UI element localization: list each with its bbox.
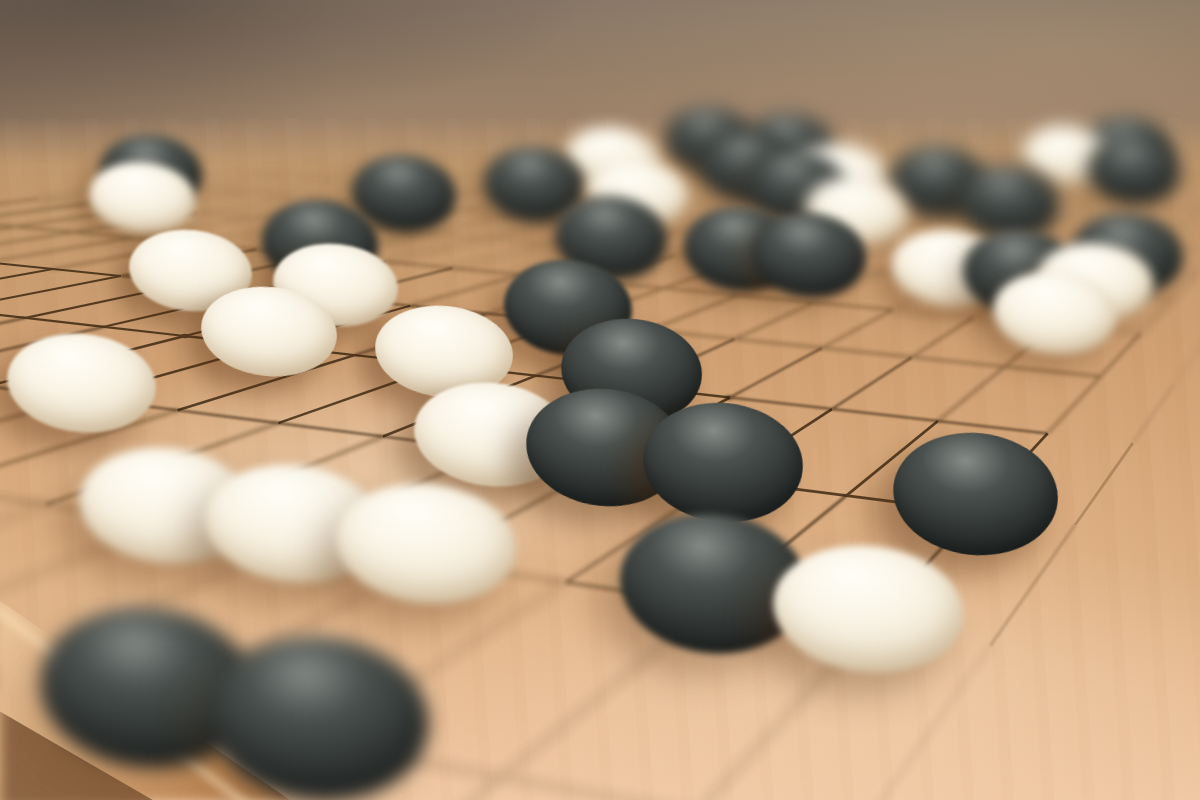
grid-line-column bbox=[426, 465, 605, 562]
grid-line-column bbox=[1128, 245, 1155, 267]
grid-line-row bbox=[856, 221, 913, 226]
grid-line-column bbox=[513, 199, 586, 215]
grid-line-row bbox=[1183, 133, 1200, 135]
grid-line-column bbox=[994, 235, 1032, 255]
grid-line-row bbox=[723, 480, 846, 496]
grid-line-row bbox=[900, 205, 953, 209]
black-stone bbox=[954, 160, 1062, 244]
grid-line-column bbox=[1025, 154, 1048, 162]
board-edge-line bbox=[1190, 130, 1200, 132]
grid-line-row bbox=[46, 505, 167, 523]
grid-line-row bbox=[682, 129, 717, 131]
black-stone bbox=[520, 381, 690, 514]
grid-line-row bbox=[1092, 240, 1154, 245]
grid-line-row bbox=[1113, 191, 1162, 195]
black-stone bbox=[1084, 131, 1183, 208]
grid-line-row bbox=[792, 168, 836, 171]
grid-line-row bbox=[782, 109, 811, 111]
grid-line-row bbox=[0, 386, 81, 398]
black-stone bbox=[680, 201, 801, 296]
grid-line-row bbox=[486, 239, 548, 245]
board-edge-line bbox=[1075, 443, 1133, 525]
black-stone bbox=[96, 130, 205, 216]
grid-line-column bbox=[0, 318, 26, 364]
grid-line-row bbox=[569, 165, 613, 168]
grid-line-column bbox=[751, 136, 787, 143]
grid-line-row bbox=[954, 210, 1008, 214]
grid-line-row bbox=[753, 113, 783, 115]
grid-line-column bbox=[521, 250, 610, 275]
grid-line-column bbox=[1172, 272, 1197, 299]
grid-line-row bbox=[831, 159, 872, 162]
grid-line-column bbox=[486, 219, 569, 238]
grid-line-row bbox=[785, 128, 819, 130]
grid-line-row bbox=[1008, 214, 1063, 218]
grid-line-column bbox=[664, 150, 710, 158]
grid-line-row bbox=[719, 124, 752, 126]
grid-line-row bbox=[1009, 151, 1048, 154]
grid-line-row bbox=[1151, 170, 1194, 173]
grid-line-row bbox=[631, 386, 730, 397]
grid-line-row bbox=[600, 182, 648, 186]
grid-line-row bbox=[872, 162, 914, 165]
grid-line-column bbox=[753, 109, 782, 113]
grid-line-column bbox=[53, 244, 194, 270]
grid-line-column bbox=[1048, 147, 1068, 154]
grid-line-column bbox=[790, 148, 827, 156]
grid-line-row bbox=[1171, 139, 1200, 141]
grid-line-row bbox=[854, 133, 889, 135]
grid-line-row bbox=[848, 201, 900, 205]
grid-line-column bbox=[1194, 141, 1200, 147]
grid-line-column bbox=[948, 255, 993, 280]
grid-line-column bbox=[1021, 261, 1060, 286]
grid-line-column bbox=[74, 213, 197, 232]
grid-line-column bbox=[648, 175, 702, 186]
grid-line-column bbox=[435, 175, 507, 187]
grid-line-row bbox=[914, 165, 957, 168]
grid-line-row bbox=[199, 188, 249, 192]
grid-line-column bbox=[0, 227, 16, 250]
grid-line-column bbox=[880, 165, 914, 175]
grid-line-column bbox=[1039, 187, 1066, 199]
grid-line-column bbox=[846, 421, 938, 496]
grid-line-column bbox=[632, 138, 676, 145]
black-stone bbox=[697, 127, 799, 207]
grid-line-row bbox=[907, 122, 939, 124]
grid-line-row bbox=[849, 125, 882, 127]
grid-line-row bbox=[814, 116, 845, 118]
board-edge-line bbox=[1004, 119, 1034, 121]
grid-line-column bbox=[167, 437, 383, 523]
grid-line-column bbox=[507, 165, 569, 175]
grid-line-column bbox=[752, 115, 783, 119]
grid-line-row bbox=[319, 743, 501, 777]
board-edge-line bbox=[1127, 126, 1158, 128]
grid-line-column bbox=[1036, 125, 1054, 130]
grid-line-column bbox=[650, 295, 738, 330]
grid-line-row bbox=[372, 165, 416, 168]
white-stone bbox=[791, 139, 893, 212]
grid-line-column bbox=[340, 777, 501, 800]
grid-line-row bbox=[880, 174, 925, 177]
grid-line-column bbox=[0, 276, 121, 310]
grid-line-column bbox=[721, 113, 753, 117]
grid-line-column bbox=[985, 151, 1010, 159]
grid-line-row bbox=[991, 122, 1022, 124]
grid-line-column bbox=[569, 125, 614, 131]
grid-line-row bbox=[1063, 218, 1119, 222]
grid-line-column bbox=[939, 120, 961, 125]
grid-line-row bbox=[752, 126, 786, 128]
grid-line-column bbox=[973, 286, 1021, 317]
white-stone bbox=[269, 238, 402, 333]
grid-line-column bbox=[339, 168, 416, 179]
grid-line-row bbox=[26, 318, 104, 327]
grid-line-column bbox=[1048, 377, 1101, 434]
grid-line-row bbox=[1003, 128, 1036, 130]
grid-line-row bbox=[1142, 207, 1195, 211]
grid-line-column bbox=[0, 711, 148, 800]
grid-line-row bbox=[721, 117, 752, 119]
grid-line-column bbox=[0, 398, 81, 471]
black-stone bbox=[887, 424, 1064, 563]
grid-line-row bbox=[1016, 136, 1051, 138]
grid-line-row bbox=[677, 138, 714, 141]
white-stone bbox=[562, 123, 662, 195]
grid-line-row bbox=[1119, 222, 1176, 227]
board-edge-line bbox=[1159, 128, 1191, 130]
grid-line-column bbox=[745, 197, 797, 212]
grid-line-column bbox=[566, 480, 723, 582]
grid-line-row bbox=[1085, 127, 1117, 129]
grid-line-column bbox=[614, 120, 654, 125]
white-stone bbox=[125, 224, 256, 317]
grid-line-column bbox=[944, 149, 971, 157]
grid-line-row bbox=[0, 681, 148, 711]
grid-line-row bbox=[256, 249, 320, 255]
grid-line-column bbox=[723, 107, 753, 111]
grid-line-column bbox=[329, 152, 401, 161]
grid-line-row bbox=[957, 168, 1000, 171]
grid-line-row bbox=[675, 255, 741, 261]
grid-line-column bbox=[831, 151, 865, 159]
grid-line-row bbox=[594, 142, 632, 145]
grid-line-column bbox=[458, 195, 535, 210]
grid-line-column bbox=[938, 367, 1005, 421]
grid-line-row bbox=[1031, 144, 1068, 146]
grid-line-column bbox=[404, 191, 484, 206]
grid-line-column bbox=[743, 216, 800, 234]
grid-line-column bbox=[569, 156, 623, 165]
grid-line-column bbox=[249, 179, 339, 192]
grid-line-column bbox=[252, 201, 351, 218]
grid-line-row bbox=[404, 206, 458, 211]
grid-line-row bbox=[823, 139, 859, 141]
grid-line-column bbox=[1142, 194, 1162, 207]
grid-line-column bbox=[197, 197, 300, 213]
grid-line-row bbox=[16, 227, 74, 233]
grid-line-column bbox=[783, 110, 811, 114]
grid-line-row bbox=[690, 115, 721, 117]
grid-line-column bbox=[461, 161, 526, 171]
black-stone bbox=[1080, 112, 1174, 186]
grid-line-column bbox=[1151, 162, 1167, 171]
grid-line-column bbox=[682, 124, 719, 129]
grid-line-row bbox=[278, 423, 383, 436]
grid-line-row bbox=[1122, 143, 1158, 145]
grid-line-column bbox=[535, 182, 601, 195]
grid-line-row bbox=[484, 158, 526, 161]
grid-line-row bbox=[811, 110, 840, 112]
grid-line-column bbox=[1134, 170, 1152, 180]
board-edge-line bbox=[858, 110, 887, 112]
grid-line-row bbox=[794, 181, 841, 185]
grid-line-row bbox=[752, 119, 784, 121]
grid-line-column bbox=[819, 125, 849, 130]
grid-line-row bbox=[749, 165, 792, 168]
grid-line-column bbox=[0, 203, 90, 221]
grid-line-column bbox=[912, 318, 973, 358]
grid-line-row bbox=[1181, 154, 1200, 157]
white-stone bbox=[1033, 237, 1157, 326]
grid-line-row bbox=[81, 398, 178, 410]
grid-line-row bbox=[1128, 267, 1197, 273]
grid-line-row bbox=[185, 336, 269, 345]
grid-line-column bbox=[904, 146, 933, 153]
board-edge-line bbox=[746, 103, 774, 105]
grid-line-column bbox=[0, 505, 46, 627]
grid-line-row bbox=[1158, 145, 1194, 147]
grid-line-column bbox=[626, 208, 691, 225]
grid-line-column bbox=[856, 205, 900, 221]
grid-line-row bbox=[194, 244, 256, 250]
grid-line-column bbox=[178, 355, 355, 410]
grid-line-column bbox=[416, 158, 483, 168]
grid-line-column bbox=[1167, 154, 1181, 162]
grid-line-row bbox=[972, 230, 1032, 235]
black-stone bbox=[258, 194, 382, 291]
grid-line-row bbox=[1154, 245, 1200, 250]
grid-line-row bbox=[784, 121, 816, 123]
grid-line-row bbox=[458, 210, 513, 215]
grid-line-row bbox=[1031, 235, 1092, 240]
grid-line-row bbox=[535, 195, 586, 199]
grid-line-row bbox=[104, 327, 185, 336]
stones-layer bbox=[0, 0, 1200, 800]
black-stone bbox=[481, 141, 589, 226]
grid-line-column bbox=[706, 153, 750, 162]
grid-line-column bbox=[1044, 165, 1067, 174]
grid-line-row bbox=[870, 114, 900, 116]
grid-line-row bbox=[293, 541, 426, 561]
grid-line-row bbox=[890, 188, 939, 192]
grid-line-column bbox=[410, 275, 521, 306]
grid-line-row bbox=[1103, 135, 1137, 137]
grid-line-row bbox=[893, 310, 973, 318]
board-edge-line bbox=[1065, 122, 1096, 124]
grid-line-row bbox=[948, 132, 982, 134]
grid-line-row bbox=[568, 322, 650, 331]
grid-line-column bbox=[604, 127, 647, 133]
grid-line-column bbox=[1016, 130, 1036, 136]
grid-line-column bbox=[746, 181, 794, 193]
grid-line-column bbox=[907, 118, 930, 123]
grid-line-row bbox=[355, 355, 444, 365]
grid-line-column bbox=[1005, 325, 1056, 366]
black-stone bbox=[662, 103, 758, 178]
grid-line-row bbox=[623, 156, 664, 159]
grid-line-column bbox=[383, 376, 536, 437]
grid-line-row bbox=[654, 120, 686, 122]
grid-line-row bbox=[816, 123, 849, 125]
grid-line-column bbox=[948, 126, 971, 131]
grid-line-row bbox=[513, 215, 569, 220]
grid-line-row bbox=[822, 348, 912, 357]
grid-line-column bbox=[785, 123, 816, 128]
grid-line-column bbox=[741, 239, 804, 261]
grid-line-column bbox=[557, 133, 605, 140]
grid-line-column bbox=[914, 156, 944, 164]
grid-line-column bbox=[854, 127, 882, 133]
grid-line-column bbox=[519, 131, 569, 137]
grid-line-column bbox=[1067, 156, 1087, 164]
grid-line-row bbox=[706, 162, 749, 165]
grid-line-row bbox=[923, 137, 959, 139]
grid-line-row bbox=[249, 192, 300, 196]
grid-line-row bbox=[488, 314, 568, 322]
grid-line-row bbox=[751, 143, 789, 146]
board-edge-line bbox=[1133, 384, 1174, 443]
grid-line-row bbox=[386, 262, 453, 268]
grid-line-column bbox=[351, 187, 435, 201]
grid-line-column bbox=[1140, 300, 1171, 334]
table-corner-shadow bbox=[0, 690, 170, 800]
grid-line-column bbox=[691, 194, 747, 208]
grid-line-column bbox=[1127, 152, 1143, 159]
grid-line-row bbox=[0, 262, 53, 269]
wall-shading bbox=[0, 0, 1200, 230]
grid-line-column bbox=[536, 330, 650, 375]
grid-line-column bbox=[735, 302, 815, 339]
grid-line-column bbox=[982, 128, 1003, 133]
grid-line-column bbox=[1018, 174, 1044, 184]
grid-line-row bbox=[1000, 171, 1044, 174]
board-edge-line bbox=[801, 106, 829, 108]
grid-line-column bbox=[826, 141, 859, 148]
grid-line-row bbox=[832, 409, 938, 421]
grid-line-row bbox=[797, 197, 848, 201]
grid-line-row bbox=[650, 330, 735, 339]
grid-line-column bbox=[0, 327, 104, 375]
grid-line-column bbox=[262, 262, 386, 291]
grid-line-column bbox=[148, 561, 426, 711]
grid-line-row bbox=[710, 150, 750, 153]
grid-line-column bbox=[995, 136, 1017, 142]
board-wood-grain bbox=[0, 118, 1200, 800]
grid-line-column bbox=[1103, 129, 1118, 134]
grid-line-row bbox=[648, 186, 697, 190]
grid-line-row bbox=[613, 168, 657, 171]
grid-line-row bbox=[262, 290, 335, 298]
board-edge-line bbox=[829, 108, 857, 110]
grid-line-row bbox=[453, 268, 522, 275]
grid-line-row bbox=[526, 161, 569, 164]
grid-line-column bbox=[849, 120, 876, 125]
grid-line-row bbox=[1022, 124, 1053, 126]
grid-line-column bbox=[925, 168, 956, 178]
grid-line-row bbox=[1060, 261, 1128, 267]
board-edge-line bbox=[990, 525, 1075, 646]
grid-line-column bbox=[623, 147, 671, 155]
grid-line-row bbox=[960, 120, 991, 122]
white-stone bbox=[74, 439, 260, 572]
grid-line-column bbox=[686, 117, 721, 122]
grid-line-column bbox=[300, 183, 387, 197]
grid-line-column bbox=[104, 290, 262, 326]
grid-line-column bbox=[81, 345, 269, 398]
grid-line-row bbox=[586, 199, 638, 203]
star-point bbox=[726, 395, 735, 400]
grid-line-column bbox=[610, 229, 683, 250]
grid-line-row bbox=[840, 112, 870, 114]
grid-line-column bbox=[464, 137, 520, 144]
grid-line-column bbox=[890, 177, 926, 188]
grid-line-column bbox=[788, 139, 822, 146]
grid-line-row bbox=[582, 153, 623, 156]
grid-line-row bbox=[309, 223, 367, 228]
grid-line-column bbox=[309, 206, 404, 223]
grid-line-row bbox=[1162, 194, 1200, 198]
grid-line-row bbox=[557, 139, 595, 142]
grid-line-column bbox=[900, 192, 938, 205]
grid-line-row bbox=[1087, 156, 1127, 159]
grid-line-row bbox=[787, 136, 823, 138]
grid-line-row bbox=[1109, 167, 1152, 170]
grid-line-column bbox=[1122, 137, 1137, 143]
grid-line-row bbox=[0, 309, 26, 318]
grid-line-column bbox=[878, 250, 930, 274]
grid-line-column bbox=[1195, 164, 1200, 173]
grid-line-row bbox=[568, 219, 625, 224]
grid-line-row bbox=[536, 376, 631, 387]
grid-line-column bbox=[38, 184, 151, 199]
board-edge-highlight bbox=[0, 598, 256, 800]
grid-line-row bbox=[1150, 131, 1183, 133]
white-stone bbox=[887, 224, 1010, 312]
grid-line-column bbox=[386, 239, 486, 262]
grid-line-row bbox=[292, 176, 339, 180]
grid-line-column bbox=[568, 203, 637, 219]
grid-line-column bbox=[401, 144, 464, 152]
grid-line-row bbox=[383, 437, 492, 451]
grid-line-row bbox=[547, 244, 610, 250]
grid-line-row bbox=[426, 233, 486, 238]
grid-line-row bbox=[912, 357, 1005, 367]
grid-line-column bbox=[971, 171, 1000, 181]
grid-line-column bbox=[582, 145, 632, 153]
black-stone bbox=[33, 597, 264, 778]
board-edge-line bbox=[887, 111, 916, 113]
grid-line-column bbox=[684, 212, 745, 229]
black-stone bbox=[959, 225, 1083, 322]
star-point bbox=[750, 125, 754, 127]
grid-line-row bbox=[503, 147, 543, 150]
grid-line-row bbox=[300, 197, 352, 201]
grid-line-row bbox=[1143, 152, 1181, 155]
grid-line-row bbox=[938, 421, 1048, 433]
grid-line-row bbox=[1005, 367, 1101, 377]
